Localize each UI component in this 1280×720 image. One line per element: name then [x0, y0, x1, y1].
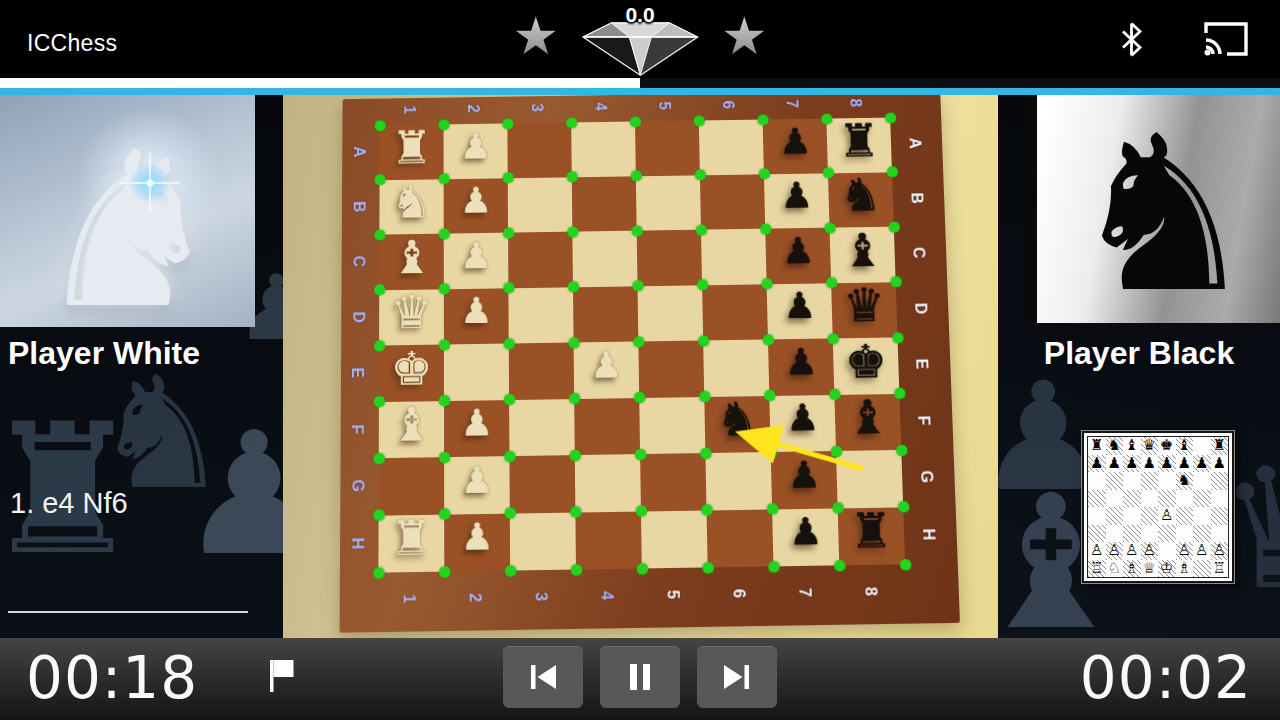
diagram-white-pawn: ♟♙ [1158, 507, 1176, 525]
camera-square-a3 [507, 122, 571, 177]
black-player-panel: ♟ ♝ ♛ ♞ Player Black ♜♞♝♛♚♝♜♟♟♟♟♟♟♟♟♞♟♙♟… [998, 95, 1280, 638]
diagram-square-c8: ♝ [1123, 437, 1141, 455]
diagram-square-c1: ♝♗ [1123, 560, 1141, 578]
camera-square-d7: ♟ [767, 283, 833, 340]
diagram-square-c6 [1123, 472, 1141, 490]
file-label-left-g: G [349, 480, 367, 493]
diagram-black-knight: ♞ [1106, 437, 1124, 455]
file-label-right-h: H [919, 528, 938, 540]
diagram-white-king: ♚♔ [1158, 560, 1176, 578]
rank-label-top-7: 7 [783, 99, 801, 108]
camera-square-b2: ♟ [444, 178, 508, 234]
diagram-square-b4 [1106, 507, 1124, 525]
diagram-square-b8: ♞ [1106, 437, 1124, 455]
skip-previous-icon [525, 661, 561, 693]
black-player-name: Player Black [998, 335, 1280, 372]
diagram-black-bishop: ♝ [1176, 437, 1194, 455]
camera-square-c4 [572, 231, 637, 287]
camera-square-h6 [707, 509, 774, 567]
diagram-square-e4: ♟♙ [1158, 507, 1176, 525]
move-list: 1. e4 Nf6 [10, 487, 128, 520]
diagram-square-c2: ♟♙ [1123, 542, 1141, 560]
piece-outline: ♙ [1193, 542, 1211, 560]
black-pawn: ♟ [772, 503, 839, 561]
board-coordinate-labels: AABBCCDDEEFFGGHH1122334455667788 [343, 95, 941, 99]
diagram-square-c5 [1123, 490, 1141, 508]
diagram-square-d5 [1141, 490, 1159, 508]
camera-square-h5 [641, 510, 708, 568]
black-pawn: ♟ [762, 114, 827, 169]
camera-square-h7: ♟ [772, 508, 839, 566]
white-knight-photo-icon: ♞ [31, 122, 224, 327]
rank-label-top-6: 6 [719, 100, 737, 109]
camera-square-f2: ♟ [444, 400, 509, 458]
diagram-black-pawn: ♟ [1193, 455, 1211, 473]
diagram-white-queen: ♛♕ [1141, 560, 1159, 578]
piece-outline: ♙ [1211, 542, 1229, 560]
diagram-square-f1: ♝♗ [1176, 560, 1194, 578]
diagram-white-pawn: ♟♙ [1141, 542, 1159, 560]
diagram-black-pawn: ♟ [1106, 455, 1124, 473]
file-label-right-f: F [914, 415, 932, 425]
diagram-square-g1 [1193, 560, 1211, 578]
diagram-black-queen: ♛ [1141, 437, 1159, 455]
app-title: ICChess [27, 30, 117, 57]
diagram-square-g2: ♟♙ [1193, 542, 1211, 560]
flag-icon[interactable] [263, 654, 297, 700]
file-label-right-g: G [917, 471, 936, 484]
camera-square-a7: ♟ [763, 119, 828, 174]
camera-square-b7: ♟ [764, 173, 830, 229]
white-player-panel: ♜ ♞ ♟ ♟ ♞ Player White 1. e4 Nf6 [0, 95, 283, 638]
rank-label-bottom-8: 8 [861, 587, 880, 596]
camera-square-e7: ♟ [768, 338, 834, 395]
camera-square-b1: ♞ [379, 179, 443, 235]
camera-square-c6 [701, 229, 767, 285]
piece-outline: ♔ [1158, 560, 1176, 578]
piece-outline: ♗ [1123, 560, 1141, 578]
diagram-black-pawn: ♟ [1123, 455, 1141, 473]
camera-square-e6 [703, 339, 769, 396]
black-pawn: ♟ [768, 333, 834, 390]
diagram-square-e7: ♟ [1158, 455, 1176, 473]
camera-square-e4: ♟ [574, 341, 640, 398]
diagram-square-c7: ♟ [1123, 455, 1141, 473]
camera-board-view: ♜♟♟♜♞♟♟♞♝♟♟♝♛♟♟♛♚♟♟♚♝♟♞♟♝♟♟♜♟♟♜ AABBCCDD… [283, 95, 998, 638]
camera-square-g2: ♟ [444, 456, 510, 514]
diagram-grid: ♜♞♝♛♚♝♜♟♟♟♟♟♟♟♟♞♟♙♟♙♟♙♟♙♟♙♟♙♟♙♟♙♜♖♞♘♝♗♛♕… [1087, 436, 1229, 578]
camera-square-g7: ♟ [771, 451, 838, 509]
diagram-square-d1: ♛♕ [1141, 560, 1159, 578]
file-label-right-b: B [907, 192, 925, 203]
file-label-right-e: E [913, 359, 931, 370]
white-pawn: ♟ [444, 508, 510, 566]
camera-square-h1: ♜ [378, 514, 444, 572]
diagram-square-h6 [1211, 472, 1229, 490]
app-screen: ICChess ★ 0.0 ★ [0, 0, 1280, 720]
black-pawn: ♟ [766, 278, 832, 335]
seek-progress-bar[interactable] [0, 78, 1280, 88]
white-queen: ♛ [379, 284, 444, 341]
file-label-right-c: C [909, 247, 927, 259]
diagram-square-c3 [1123, 525, 1141, 543]
diagram-square-h7: ♟ [1211, 455, 1229, 473]
diagram-square-b5 [1106, 490, 1124, 508]
camera-square-d8: ♛ [831, 282, 897, 339]
white-bishop: ♝ [379, 229, 444, 285]
diagram-square-d8: ♛ [1141, 437, 1159, 455]
diagram-square-d3 [1141, 525, 1159, 543]
diagram-square-g7: ♟ [1193, 455, 1211, 473]
file-label-right-a: A [905, 138, 923, 149]
diagram-square-f5 [1176, 490, 1194, 508]
diagram-square-d4 [1141, 507, 1159, 525]
file-label-left-h: H [348, 537, 366, 549]
diagram-white-pawn: ♟♙ [1193, 542, 1211, 560]
rank-label-bottom-1: 1 [400, 594, 418, 603]
black-bishop: ♝ [829, 222, 895, 278]
camera-square-f4 [574, 398, 640, 456]
skip-next-icon [719, 661, 755, 693]
media-controls [503, 646, 777, 708]
diagram-square-a3 [1088, 525, 1106, 543]
camera-square-a8: ♜ [826, 118, 892, 173]
diagram-square-a6 [1088, 472, 1106, 490]
rank-label-top-1: 1 [400, 105, 418, 114]
black-knight-photo-icon: ♞ [1067, 106, 1260, 321]
skip-next-button[interactable] [697, 646, 777, 708]
diagram-square-g4 [1193, 507, 1211, 525]
piece-outline: ♗ [1176, 560, 1194, 578]
file-label-left-d: D [349, 311, 367, 323]
white-king: ♚ [379, 340, 444, 397]
diagram-square-g5 [1193, 490, 1211, 508]
camera-board-grid: ♜♟♟♜♞♟♟♞♝♟♟♝♛♟♟♛♚♟♟♚♝♟♞♟♝♟♟♜♟♟♜ [378, 118, 905, 573]
diagram-square-h3 [1211, 525, 1229, 543]
file-label-left-b: B [350, 201, 368, 212]
diagram-square-d6 [1141, 472, 1159, 490]
rank-label-top-4: 4 [592, 102, 610, 111]
file-label-left-e: E [348, 367, 366, 378]
rank-label-bottom-5: 5 [663, 590, 681, 599]
camera-square-a2: ♟ [444, 123, 508, 178]
file-label-left-c: C [349, 256, 367, 268]
diagram-square-g3 [1193, 525, 1211, 543]
white-pawn: ♟ [444, 228, 509, 284]
camera-square-g4 [575, 454, 641, 512]
camera-square-c2: ♟ [444, 233, 509, 289]
piece-outline: ♙ [1141, 542, 1159, 560]
camera-square-c8: ♝ [830, 227, 896, 283]
piece-outline: ♖ [1088, 560, 1106, 578]
diagram-white-rook: ♜♖ [1211, 560, 1229, 578]
camera-square-f7: ♟ [769, 394, 836, 452]
camera-square-g1 [379, 457, 445, 515]
black-king: ♚ [833, 332, 900, 389]
white-pawn: ♟ [444, 451, 510, 509]
piece-outline: ♙ [1106, 542, 1124, 560]
white-knight: ♞ [379, 174, 443, 230]
accent-underline [0, 88, 1280, 95]
black-pawn: ♟ [769, 390, 836, 447]
physical-board[interactable]: ♜♟♟♜♞♟♟♞♝♟♟♝♛♟♟♛♚♟♟♚♝♟♞♟♝♟♟♜♟♟♜ AABBCCDD… [340, 95, 960, 633]
bluetooth-icon[interactable] [1119, 22, 1144, 57]
star-left-icon[interactable]: ★ [512, 10, 559, 62]
rank-label-bottom-6: 6 [729, 589, 747, 598]
white-rook: ♜ [378, 509, 444, 567]
diagram-square-a8: ♜ [1088, 437, 1106, 455]
white-pawn: ♟ [574, 337, 640, 394]
camera-square-d4 [573, 286, 638, 343]
diagram-black-pawn: ♟ [1176, 455, 1194, 473]
camera-square-a5 [635, 121, 700, 176]
black-bishop: ♝ [834, 388, 901, 445]
diagram-white-rook: ♜♖ [1088, 560, 1106, 578]
diagram-square-b7: ♟ [1106, 455, 1124, 473]
diagram-square-a2: ♟♙ [1088, 542, 1106, 560]
diagram-square-g6 [1193, 472, 1211, 490]
camera-square-b3 [508, 177, 573, 233]
white-rook: ♜ [380, 120, 444, 175]
diagram-black-knight: ♞ [1176, 472, 1194, 490]
camera-square-c3 [508, 232, 573, 288]
rank-label-top-2: 2 [464, 104, 482, 113]
diagram-square-a7: ♟ [1088, 455, 1106, 473]
piece-outline: ♙ [1176, 542, 1194, 560]
diagram-black-rook: ♜ [1211, 437, 1229, 455]
diagram-square-f7: ♟ [1176, 455, 1194, 473]
diagram-square-f2: ♟♙ [1176, 542, 1194, 560]
camera-square-f3 [509, 399, 575, 457]
camera-square-e3 [509, 342, 574, 399]
diagram-square-h1: ♜♖ [1211, 560, 1229, 578]
camera-square-a1: ♜ [380, 124, 444, 179]
camera-square-d2: ♟ [444, 288, 509, 345]
rank-label-bottom-7: 7 [795, 588, 814, 597]
diagram-square-b3 [1106, 525, 1124, 543]
black-rook: ♜ [837, 502, 904, 560]
glass-pawn-decor: ♟ [178, 395, 283, 593]
black-pawn: ♟ [771, 446, 838, 504]
diagram-black-rook: ♜ [1088, 437, 1106, 455]
file-label-left-a: A [350, 146, 368, 157]
diagram-white-pawn: ♟♙ [1211, 542, 1229, 560]
black-pawn: ♟ [764, 168, 830, 224]
diagram-white-knight: ♞♘ [1106, 560, 1124, 578]
rank-label-top-3: 3 [528, 103, 546, 112]
top-app-bar: ICChess ★ 0.0 ★ [0, 0, 1280, 78]
diagram-square-h5 [1211, 490, 1229, 508]
diagram-square-a5 [1088, 490, 1106, 508]
pause-icon [624, 661, 656, 693]
camera-square-a6 [699, 120, 764, 175]
white-clock: 00:18 [26, 644, 198, 712]
camera-square-h4 [575, 511, 641, 569]
diagram-white-pawn: ♟♙ [1106, 542, 1124, 560]
diagram-square-b2: ♟♙ [1106, 542, 1124, 560]
playback-bar: 00:18 [0, 638, 1280, 720]
camera-square-c1: ♝ [379, 234, 444, 290]
black-knight: ♞ [704, 391, 770, 448]
camera-square-d1: ♛ [379, 289, 444, 346]
diagram-square-e1: ♚♔ [1158, 560, 1176, 578]
rank-label-bottom-4: 4 [597, 591, 615, 600]
piece-outline: ♙ [1088, 542, 1106, 560]
camera-square-f1: ♝ [379, 401, 444, 459]
diagram-square-e8: ♚ [1158, 437, 1176, 455]
camera-square-a4 [571, 121, 636, 176]
white-pawn: ♟ [444, 119, 508, 174]
camera-square-b6 [700, 174, 765, 230]
camera-square-g6 [705, 452, 772, 510]
position-diagram: ♜♞♝♛♚♝♜♟♟♟♟♟♟♟♟♞♟♙♟♙♟♙♟♙♟♙♟♙♟♙♟♙♜♖♞♘♝♗♛♕… [1082, 431, 1234, 583]
diagram-square-d2: ♟♙ [1141, 542, 1159, 560]
white-pawn: ♟ [444, 395, 509, 453]
black-player-avatar[interactable]: ♞ [1024, 95, 1280, 323]
lens-flare-sparkle [128, 161, 172, 205]
diagram-square-a1: ♜♖ [1088, 560, 1106, 578]
diagram-white-bishop: ♝♗ [1123, 560, 1141, 578]
diagram-square-b6 [1106, 472, 1124, 490]
rank-label-top-5: 5 [655, 101, 673, 110]
rating-widget: ★ 0.0 ★ [512, 0, 767, 78]
camera-square-g8 [836, 450, 903, 508]
diagram-black-pawn: ♟ [1158, 455, 1176, 473]
white-player-avatar[interactable]: ♞ [0, 95, 255, 327]
diamond-icon[interactable]: 0.0 [581, 0, 699, 78]
black-clock: 00:02 [1080, 644, 1252, 712]
main-content: ♜ ♞ ♟ ♟ ♞ Player White 1. e4 Nf6 ♜♟♟♜♞♟♟… [0, 95, 1280, 638]
panel-divider-line [8, 611, 248, 613]
camera-square-b4 [572, 176, 637, 232]
seek-progress-fill [0, 78, 640, 88]
diagram-square-c4 [1123, 507, 1141, 525]
piece-outline: ♖ [1211, 560, 1229, 578]
black-pawn: ♟ [765, 223, 831, 279]
camera-square-c5 [637, 230, 702, 286]
rank-label-bottom-3: 3 [532, 592, 550, 601]
black-queen: ♛ [831, 277, 897, 334]
cast-icon[interactable] [1202, 20, 1250, 58]
diagram-square-f8: ♝ [1176, 437, 1194, 455]
diagram-square-h2: ♟♙ [1211, 542, 1229, 560]
diagram-square-f6: ♞ [1176, 472, 1194, 490]
rank-label-top-8: 8 [846, 98, 864, 107]
diagram-white-pawn: ♟♙ [1088, 542, 1106, 560]
file-label-right-d: D [911, 302, 929, 314]
diagram-square-e2 [1158, 542, 1176, 560]
diagram-square-f3 [1176, 525, 1194, 543]
piece-outline: ♙ [1123, 542, 1141, 560]
diagram-square-b1: ♞♘ [1106, 560, 1124, 578]
camera-square-b8: ♞ [828, 172, 894, 228]
camera-square-f5 [639, 397, 705, 455]
piece-outline: ♕ [1141, 560, 1159, 578]
rank-label-bottom-2: 2 [466, 593, 484, 602]
camera-square-g3 [509, 455, 575, 513]
diagram-black-pawn: ♟ [1141, 455, 1159, 473]
diagram-square-h4 [1211, 507, 1229, 525]
diagram-square-e3 [1158, 525, 1176, 543]
camera-square-b5 [636, 175, 701, 231]
diagram-square-d7: ♟ [1141, 455, 1159, 473]
diagram-square-g8 [1193, 437, 1211, 455]
camera-square-e5 [638, 340, 704, 397]
white-pawn: ♟ [444, 283, 509, 340]
diagram-square-e5 [1158, 490, 1176, 508]
score-value: 0.0 [625, 3, 654, 27]
diagram-square-h8: ♜ [1211, 437, 1229, 455]
diagram-white-bishop: ♝♗ [1176, 560, 1194, 578]
diagram-black-pawn: ♟ [1211, 455, 1229, 473]
camera-square-g5 [640, 453, 706, 511]
camera-square-e2 [444, 343, 509, 400]
white-bishop: ♝ [379, 396, 444, 454]
camera-square-h2: ♟ [444, 513, 510, 571]
white-player-name: Player White [8, 335, 283, 372]
camera-square-d5 [638, 285, 704, 342]
camera-square-e8: ♚ [833, 337, 900, 394]
skip-previous-button[interactable] [503, 646, 583, 708]
camera-square-h3 [510, 512, 576, 570]
diagram-black-king: ♚ [1158, 437, 1176, 455]
star-right-icon[interactable]: ★ [721, 10, 768, 62]
diagram-white-pawn: ♟♙ [1123, 542, 1141, 560]
black-rook: ♜ [826, 113, 892, 168]
camera-square-f6: ♞ [704, 396, 770, 454]
pause-button[interactable] [600, 646, 680, 708]
status-icons [1119, 0, 1250, 78]
camera-square-h8: ♜ [838, 507, 905, 565]
camera-square-d3 [508, 287, 573, 344]
diagram-square-f4 [1176, 507, 1194, 525]
piece-outline: ♙ [1158, 507, 1176, 525]
diagram-white-pawn: ♟♙ [1176, 542, 1194, 560]
file-label-left-f: F [348, 424, 366, 434]
camera-square-e1: ♚ [379, 344, 444, 401]
diamond-gem-graphic [581, 20, 699, 78]
camera-square-d6 [702, 284, 768, 341]
white-pawn: ♟ [444, 173, 508, 229]
black-knight: ♞ [828, 167, 894, 223]
diagram-black-bishop: ♝ [1123, 437, 1141, 455]
diagram-black-pawn: ♟ [1088, 455, 1106, 473]
piece-outline: ♘ [1106, 560, 1124, 578]
camera-square-f8: ♝ [834, 393, 901, 451]
diagram-square-e6 [1158, 472, 1176, 490]
camera-square-c7: ♟ [765, 228, 831, 284]
diagram-square-a4 [1088, 507, 1106, 525]
